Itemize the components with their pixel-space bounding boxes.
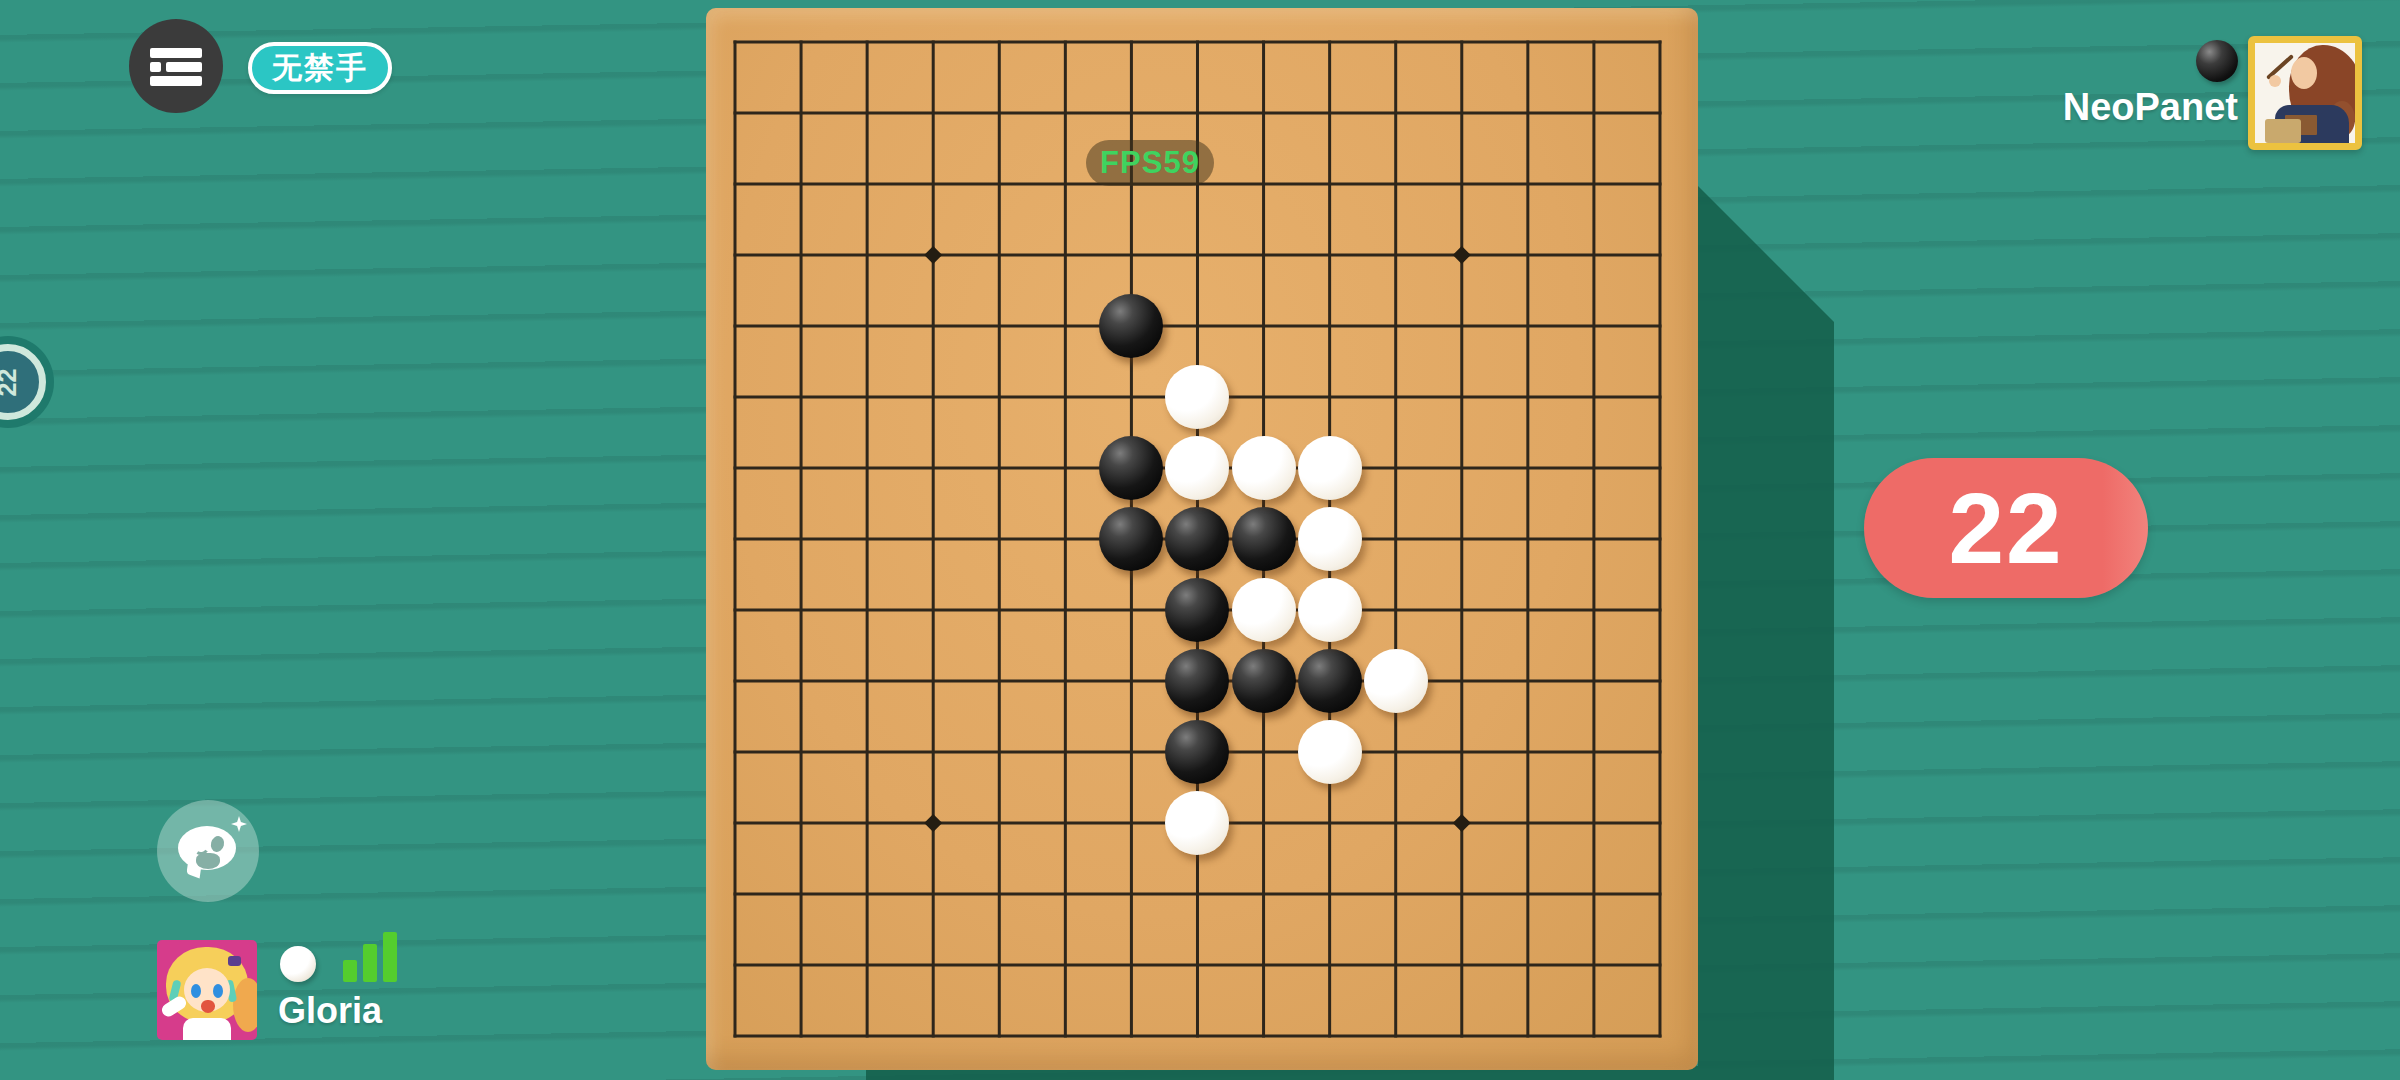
goban-board[interactable]: FPS59: [706, 8, 1698, 1070]
stone-black: [1099, 436, 1163, 500]
rule-badge-label: 无禁手: [272, 48, 368, 89]
stone-white: [1165, 365, 1229, 429]
stone-black: [1165, 649, 1229, 713]
signal-bar: [383, 932, 397, 982]
move-timer: 22: [1864, 458, 2148, 598]
stone-black: [1099, 294, 1163, 358]
white-stone-icon: [280, 946, 316, 982]
stone-black: [1165, 720, 1229, 784]
fps-label: FPS59: [1100, 145, 1200, 181]
avatar-bow: [228, 956, 241, 966]
stone-white: [1232, 578, 1296, 642]
stone-black: [1165, 507, 1229, 571]
opponent-name: NeoPanet: [2063, 86, 2238, 129]
rule-badge: 无禁手: [248, 42, 392, 94]
opponent-avatar[interactable]: [2248, 36, 2362, 150]
stone-black: [1099, 507, 1163, 571]
stone-white: [1165, 791, 1229, 855]
floating-counter-value: 22: [0, 368, 23, 396]
avatar-face: [2291, 57, 2317, 89]
stone-black: [1165, 578, 1229, 642]
avatar-body: [183, 1018, 231, 1040]
player-avatar[interactable]: [157, 940, 257, 1040]
player-name: Gloria: [278, 990, 382, 1032]
signal-bar: [363, 944, 377, 982]
signal-strength-icon: [343, 932, 399, 982]
stone-white: [1298, 720, 1362, 784]
avatar-eye: [191, 984, 201, 998]
menu-button[interactable]: [129, 19, 223, 113]
black-stone-icon: [2196, 40, 2238, 82]
chat-button[interactable]: [157, 800, 259, 902]
stone-white: [1298, 507, 1362, 571]
hamburger-icon-bottom: [150, 76, 202, 86]
hamburger-icon-dot: [150, 62, 161, 72]
hamburger-icon-mid: [166, 62, 202, 72]
stone-black: [1232, 507, 1296, 571]
stone-white: [1298, 578, 1362, 642]
avatar-mouth: [201, 1000, 215, 1013]
stone-black: [1232, 649, 1296, 713]
move-timer-value: 22: [1948, 471, 2063, 586]
floating-counter-ring: 22: [0, 344, 46, 420]
avatar-books: [2265, 119, 2301, 143]
avatar-ponytail: [233, 978, 257, 1032]
signal-bar: [343, 960, 357, 982]
stone-white: [1165, 436, 1229, 500]
stone-black: [1298, 649, 1362, 713]
avatar-hand: [2269, 75, 2281, 87]
fps-overlay: FPS59: [1086, 140, 1214, 186]
avatar-eye: [213, 984, 223, 998]
stone-white: [1298, 436, 1362, 500]
sparkle-icon: [231, 816, 247, 832]
stone-white: [1364, 649, 1428, 713]
chat-bubble-mouth: [196, 853, 220, 869]
stone-white: [1232, 436, 1296, 500]
game-screen: FPS59 无禁手 NeoPanet 22 22: [0, 0, 2400, 1080]
hamburger-icon: [150, 48, 202, 58]
